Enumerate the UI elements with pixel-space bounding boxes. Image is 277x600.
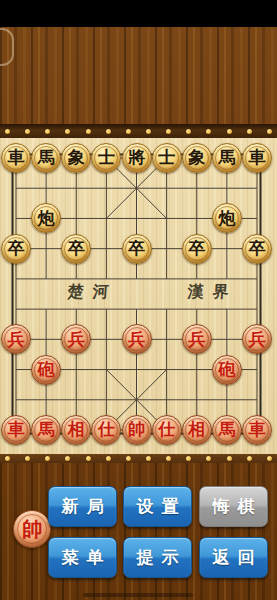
piece-bP[interactable]: 卒	[242, 234, 272, 264]
board-cell[interactable]	[31, 173, 61, 203]
board-cell[interactable]: 士	[91, 143, 121, 173]
board-cell[interactable]: 相	[61, 415, 91, 445]
board-cell[interactable]	[61, 294, 91, 324]
board-cell[interactable]	[182, 354, 212, 384]
board-cell[interactable]	[91, 294, 121, 324]
board-cell[interactable]	[61, 203, 91, 233]
board-frame-top	[0, 124, 277, 138]
piece-rB[interactable]: 相	[61, 415, 91, 445]
gold-stud-icon	[126, 129, 131, 134]
menu-button[interactable]: 菜单	[48, 537, 117, 578]
board-cell[interactable]: 仕	[91, 415, 121, 445]
piece-bA[interactable]: 士	[152, 143, 182, 173]
undo-button[interactable]: 悔棋	[199, 486, 268, 527]
board-cell[interactable]: 馬	[212, 415, 242, 445]
piece-rP[interactable]: 兵	[1, 324, 31, 354]
board-cell[interactable]: 仕	[152, 415, 182, 445]
board-cell[interactable]	[212, 264, 242, 294]
board-cell[interactable]	[91, 234, 121, 264]
edge-swipe-indicator	[0, 28, 14, 66]
gold-stud-icon	[146, 456, 151, 461]
board-cell[interactable]	[212, 234, 242, 264]
board-cell[interactable]	[61, 173, 91, 203]
turn-indicator-red-general: 帥	[13, 510, 51, 548]
board-cell[interactable]	[91, 324, 121, 354]
board-cell[interactable]	[212, 294, 242, 324]
piece-rR[interactable]: 車	[1, 415, 31, 445]
gold-stud-icon	[247, 129, 252, 134]
gold-stud-icon	[106, 129, 111, 134]
piece-bK[interactable]: 將	[122, 143, 152, 173]
gold-stud-icon	[5, 456, 10, 461]
piece-rR[interactable]: 車	[242, 415, 272, 445]
board-cell[interactable]: 兵	[182, 324, 212, 354]
piece-rN[interactable]: 馬	[212, 415, 242, 445]
board-cell[interactable]	[182, 385, 212, 415]
board-cell[interactable]	[212, 173, 242, 203]
board-cell[interactable]	[31, 264, 61, 294]
board-cell[interactable]	[152, 385, 182, 415]
gold-stud-icon	[206, 456, 211, 461]
board-cell[interactable]: 車	[1, 415, 31, 445]
board-cell[interactable]	[1, 173, 31, 203]
board-cell[interactable]	[91, 354, 121, 384]
home-indicator	[83, 593, 193, 597]
gold-stud-icon	[166, 456, 171, 461]
piece-rA[interactable]: 仕	[152, 415, 182, 445]
board-cell[interactable]	[31, 234, 61, 264]
piece-bN[interactable]: 馬	[31, 143, 61, 173]
pieces-grid: 車馬象士將士象馬車炮炮卒卒卒卒卒兵兵兵兵兵砲砲車馬相仕帥仕相馬車	[1, 143, 272, 445]
board-cell[interactable]	[182, 264, 212, 294]
gold-stud-icon	[86, 456, 91, 461]
gold-stud-icon	[65, 129, 70, 134]
back-button[interactable]: 返回	[199, 537, 268, 578]
gold-stud-icon	[5, 129, 10, 134]
board-cell[interactable]: 士	[152, 143, 182, 173]
piece-bB[interactable]: 象	[61, 143, 91, 173]
board-cell[interactable]	[121, 203, 151, 233]
board-cell[interactable]	[242, 173, 272, 203]
board-cell[interactable]	[61, 385, 91, 415]
board-cell[interactable]	[242, 294, 272, 324]
piece-rC[interactable]: 砲	[212, 355, 242, 385]
board-cell[interactable]	[212, 385, 242, 415]
board-cell[interactable]: 將	[121, 143, 151, 173]
app-screen: 楚河 漢界 車馬象士將士象馬車炮炮卒卒卒卒卒兵兵兵兵兵砲砲車馬相仕帥仕相馬車 帥…	[0, 0, 277, 600]
board-cell[interactable]: 車	[242, 143, 272, 173]
board-cell[interactable]	[152, 354, 182, 384]
board-cell[interactable]	[212, 324, 242, 354]
board-cell[interactable]: 馬	[31, 415, 61, 445]
board-cell[interactable]	[242, 264, 272, 294]
piece-bB[interactable]: 象	[182, 143, 212, 173]
gold-stud-icon	[25, 129, 30, 134]
board-cell[interactable]	[152, 294, 182, 324]
board-cell[interactable]: 相	[182, 415, 212, 445]
gold-stud-icon	[146, 129, 151, 134]
board-cell[interactable]: 象	[182, 143, 212, 173]
board-cell[interactable]	[121, 294, 151, 324]
board-cell[interactable]: 兵	[121, 324, 151, 354]
piece-bP[interactable]: 卒	[1, 234, 31, 264]
piece-rB[interactable]: 相	[182, 415, 212, 445]
piece-rK[interactable]: 帥	[122, 415, 152, 445]
gold-stud-icon	[227, 129, 232, 134]
board-cell[interactable]	[242, 385, 272, 415]
board-cell[interactable]: 炮	[212, 203, 242, 233]
board-cell[interactable]	[121, 354, 151, 384]
board-cell[interactable]	[31, 385, 61, 415]
board-cell[interactable]	[31, 294, 61, 324]
board-cell[interactable]: 卒	[1, 234, 31, 264]
board-cell[interactable]	[242, 354, 272, 384]
piece-bA[interactable]: 士	[91, 143, 121, 173]
piece-rP[interactable]: 兵	[242, 324, 272, 354]
piece-bC[interactable]: 炮	[212, 203, 242, 233]
board-cell[interactable]	[91, 203, 121, 233]
board-cell[interactable]: 砲	[31, 354, 61, 384]
piece-bN[interactable]: 馬	[212, 143, 242, 173]
gold-stud-icon	[227, 456, 232, 461]
gold-stud-icon	[126, 456, 131, 461]
board-cell[interactable]	[1, 385, 31, 415]
board-cell[interactable]: 馬	[31, 143, 61, 173]
board-cell[interactable]: 帥	[121, 415, 151, 445]
gold-stud-icon	[86, 129, 91, 134]
piece-bC[interactable]: 炮	[31, 203, 61, 233]
board-cell[interactable]: 卒	[182, 234, 212, 264]
piece-rP[interactable]: 兵	[61, 324, 91, 354]
gold-stud-icon	[45, 129, 50, 134]
board-cell[interactable]	[61, 264, 91, 294]
board-cell[interactable]: 卒	[242, 234, 272, 264]
gold-stud-icon	[247, 456, 252, 461]
board-cell[interactable]	[121, 173, 151, 203]
status-bar	[0, 0, 277, 27]
piece-rN[interactable]: 馬	[31, 415, 61, 445]
gold-stud-icon	[106, 456, 111, 461]
board-cell[interactable]	[1, 203, 31, 233]
board-cell[interactable]	[152, 234, 182, 264]
gold-stud-icon	[65, 456, 70, 461]
gold-stud-icon	[186, 456, 191, 461]
xiangqi-board: 楚河 漢界 車馬象士將士象馬車炮炮卒卒卒卒卒兵兵兵兵兵砲砲車馬相仕帥仕相馬車	[0, 138, 277, 454]
gold-stud-icon	[25, 456, 30, 461]
piece-bR[interactable]: 車	[1, 143, 31, 173]
board-cell[interactable]	[152, 203, 182, 233]
piece-bP[interactable]: 卒	[122, 234, 152, 264]
board-cell[interactable]	[1, 294, 31, 324]
board-cell[interactable]	[182, 173, 212, 203]
board-cell[interactable]: 炮	[31, 203, 61, 233]
piece-rP[interactable]: 兵	[122, 324, 152, 354]
board-cell[interactable]	[91, 264, 121, 294]
board-cell[interactable]: 兵	[61, 324, 91, 354]
gold-stud-icon	[186, 129, 191, 134]
board-cell[interactable]: 兵	[1, 324, 31, 354]
board-cell[interactable]	[121, 264, 151, 294]
new-game-button[interactable]: 新局	[48, 486, 117, 527]
piece-bR[interactable]: 車	[242, 143, 272, 173]
piece-rA[interactable]: 仕	[91, 415, 121, 445]
board-cell[interactable]: 兵	[242, 324, 272, 354]
board-cell[interactable]	[242, 203, 272, 233]
board-cell[interactable]	[152, 324, 182, 354]
board-cell[interactable]	[1, 354, 31, 384]
board-cell[interactable]	[182, 203, 212, 233]
board-cell[interactable]: 卒	[61, 234, 91, 264]
board-cell[interactable]: 象	[61, 143, 91, 173]
board-cell[interactable]: 車	[1, 143, 31, 173]
board-cell[interactable]	[91, 173, 121, 203]
board-cell[interactable]	[31, 324, 61, 354]
board-cell[interactable]	[152, 173, 182, 203]
gold-stud-icon	[45, 456, 50, 461]
piece-bP[interactable]: 卒	[61, 234, 91, 264]
board-cell[interactable]	[121, 385, 151, 415]
settings-button[interactable]: 设置	[123, 486, 192, 527]
piece-rP[interactable]: 兵	[182, 324, 212, 354]
board-cell[interactable]: 卒	[121, 234, 151, 264]
board-cell[interactable]: 車	[242, 415, 272, 445]
board-cell[interactable]	[152, 264, 182, 294]
gold-stud-icon	[206, 129, 211, 134]
gold-stud-icon	[267, 129, 272, 134]
piece-bP[interactable]: 卒	[182, 234, 212, 264]
board-cell[interactable]: 砲	[212, 354, 242, 384]
board-cell[interactable]	[182, 294, 212, 324]
board-cell[interactable]	[1, 264, 31, 294]
piece-rC[interactable]: 砲	[31, 355, 61, 385]
board-frame-bottom	[0, 454, 277, 463]
board-cell[interactable]: 馬	[212, 143, 242, 173]
gold-stud-icon	[267, 456, 272, 461]
board-cell[interactable]	[91, 385, 121, 415]
hint-button[interactable]: 提示	[123, 537, 192, 578]
board-cell[interactable]	[61, 354, 91, 384]
gold-stud-icon	[166, 129, 171, 134]
